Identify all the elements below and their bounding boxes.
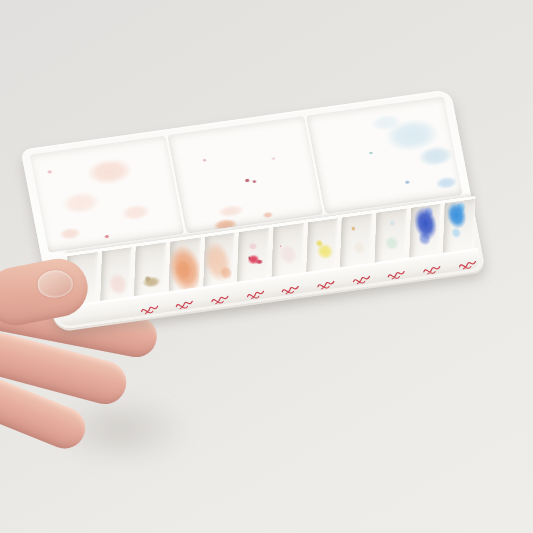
- well-stain-8: [302, 218, 338, 276]
- paint-well-7: [267, 223, 303, 281]
- paint-well-2: [96, 247, 132, 305]
- left-mixing-panel: [30, 136, 184, 253]
- paint-well-12: [439, 199, 475, 257]
- well-stain-3: [130, 242, 166, 300]
- well-stain-12: [439, 199, 475, 257]
- handwriting-scribble-icon: [281, 283, 302, 297]
- thumb-nail: [37, 269, 74, 299]
- paint-well-9: [336, 213, 372, 271]
- well-stain-7: [267, 223, 303, 281]
- paint-well-6: [233, 228, 269, 286]
- paint-well-4: [164, 238, 200, 296]
- paint-well-3: [130, 242, 166, 300]
- well-stain-4: [164, 238, 200, 296]
- paint-well-10: [370, 209, 406, 267]
- well-stain-5: [199, 233, 235, 291]
- handwriting-scribble-icon: [351, 273, 372, 287]
- middle-mixing-panel: [167, 116, 323, 234]
- handwriting-scribble-icon: [175, 298, 196, 312]
- handwriting-scribble-icon: [316, 278, 337, 292]
- handwriting-scribble-icon: [422, 263, 443, 277]
- right-mixing-panel: [306, 96, 462, 214]
- handwriting-scribble-icon: [210, 293, 231, 307]
- handwriting-scribble-icon: [457, 258, 478, 272]
- well-stain-10: [370, 209, 406, 267]
- well-stain-2: [96, 247, 132, 305]
- handwriting-scribble-icon: [139, 303, 160, 317]
- handwriting-scribble-icon: [245, 288, 266, 302]
- photo-scene: [0, 0, 533, 533]
- handwriting-scribble-icon: [386, 268, 407, 282]
- well-stain-11: [405, 204, 441, 262]
- well-stain-6: [233, 228, 269, 286]
- paint-well-5: [199, 233, 235, 291]
- paint-well-11: [405, 204, 441, 262]
- well-stain-9: [336, 213, 372, 271]
- paint-well-8: [302, 218, 338, 276]
